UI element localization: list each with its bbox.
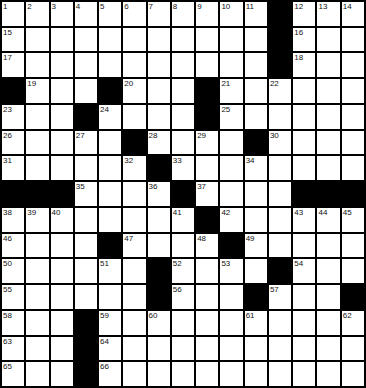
crossword-cell[interactable] xyxy=(220,311,242,335)
crossword-cell[interactable] xyxy=(342,259,364,283)
clue-number: 5 xyxy=(100,2,104,11)
crossword-cell[interactable] xyxy=(123,285,145,309)
crossword-cell[interactable]: 43 xyxy=(293,208,315,232)
clue-number: 45 xyxy=(343,208,352,217)
clue-number: 4 xyxy=(76,2,80,11)
crossword-cell[interactable] xyxy=(196,285,218,309)
crossword-cell[interactable]: 39 xyxy=(26,208,48,232)
crossword-cell[interactable] xyxy=(317,79,339,103)
clue-number: 27 xyxy=(76,131,85,140)
clue-number: 6 xyxy=(124,2,128,11)
crossword-cell[interactable]: 26 xyxy=(2,131,24,155)
black-cell xyxy=(75,362,97,386)
crossword-cell[interactable] xyxy=(196,337,218,361)
crossword-cell[interactable]: 5 xyxy=(99,2,121,26)
crossword-cell[interactable]: 46 xyxy=(2,234,24,258)
clue-number: 31 xyxy=(3,156,12,165)
crossword-cell[interactable] xyxy=(269,311,291,335)
crossword-cell[interactable] xyxy=(317,337,339,361)
crossword-cell[interactable]: 6 xyxy=(123,2,145,26)
crossword-cell[interactable] xyxy=(99,53,121,77)
crossword-cell[interactable] xyxy=(123,53,145,77)
crossword-cell[interactable] xyxy=(172,362,194,386)
crossword-cell[interactable]: 21 xyxy=(220,79,242,103)
crossword-cell[interactable] xyxy=(172,53,194,77)
crossword-cell[interactable] xyxy=(123,28,145,52)
crossword-cell[interactable] xyxy=(196,28,218,52)
black-cell xyxy=(269,28,291,52)
crossword-cell[interactable] xyxy=(51,28,73,52)
crossword-cell[interactable] xyxy=(293,362,315,386)
crossword-cell[interactable]: 11 xyxy=(245,2,267,26)
crossword-cell[interactable]: 42 xyxy=(220,208,242,232)
black-cell xyxy=(75,105,97,129)
crossword-cell[interactable]: 48 xyxy=(196,234,218,258)
crossword-cell[interactable] xyxy=(293,234,315,258)
crossword-cell[interactable]: 7 xyxy=(148,2,170,26)
crossword-cell[interactable] xyxy=(269,234,291,258)
crossword-cell[interactable]: 20 xyxy=(123,79,145,103)
clue-number: 57 xyxy=(270,285,279,294)
crossword-cell[interactable] xyxy=(293,337,315,361)
crossword-cell[interactable]: 58 xyxy=(2,311,24,335)
crossword-cell[interactable] xyxy=(75,259,97,283)
crossword-cell[interactable] xyxy=(26,53,48,77)
crossword-cell[interactable]: 3 xyxy=(51,2,73,26)
crossword-cell[interactable] xyxy=(342,131,364,155)
crossword-cell[interactable]: 66 xyxy=(99,362,121,386)
crossword-cell[interactable] xyxy=(196,53,218,77)
crossword-cell[interactable] xyxy=(269,337,291,361)
clue-number: 55 xyxy=(3,285,12,294)
crossword-cell[interactable] xyxy=(293,285,315,309)
crossword-cell[interactable]: 13 xyxy=(317,2,339,26)
clue-number: 14 xyxy=(343,2,352,11)
crossword-cell[interactable] xyxy=(245,53,267,77)
clue-number: 51 xyxy=(100,259,109,268)
crossword-cell[interactable]: 55 xyxy=(2,285,24,309)
black-cell xyxy=(342,182,364,206)
crossword-cell[interactable] xyxy=(342,156,364,180)
crossword-cell[interactable]: 54 xyxy=(293,259,315,283)
crossword-cell[interactable] xyxy=(123,337,145,361)
crossword-cell[interactable] xyxy=(148,28,170,52)
crossword-cell[interactable] xyxy=(172,28,194,52)
crossword-cell[interactable] xyxy=(317,105,339,129)
clue-number: 2 xyxy=(27,2,31,11)
black-cell xyxy=(26,182,48,206)
crossword-cell[interactable] xyxy=(317,156,339,180)
clue-number: 9 xyxy=(197,2,201,11)
clue-number: 58 xyxy=(3,311,12,320)
crossword-cell[interactable] xyxy=(293,156,315,180)
clue-number: 25 xyxy=(221,105,230,114)
crossword-cell[interactable]: 2 xyxy=(26,2,48,26)
crossword-cell[interactable] xyxy=(245,105,267,129)
clue-number: 36 xyxy=(149,182,158,191)
crossword-cell[interactable] xyxy=(317,131,339,155)
crossword-cell[interactable] xyxy=(220,182,242,206)
crossword-cell[interactable]: 36 xyxy=(148,182,170,206)
black-cell xyxy=(196,105,218,129)
crossword-cell[interactable] xyxy=(26,156,48,180)
crossword-cell[interactable] xyxy=(148,79,170,103)
crossword-cell[interactable]: 49 xyxy=(245,234,267,258)
crossword-cell[interactable] xyxy=(75,156,97,180)
crossword-cell[interactable] xyxy=(293,311,315,335)
crossword-cell[interactable] xyxy=(269,105,291,129)
clue-number: 18 xyxy=(294,53,303,62)
crossword-cell[interactable] xyxy=(172,105,194,129)
crossword-cell[interactable] xyxy=(342,105,364,129)
clue-number: 66 xyxy=(100,362,109,371)
clue-number: 17 xyxy=(3,53,12,62)
clue-number: 47 xyxy=(124,234,133,243)
crossword-cell[interactable]: 44 xyxy=(317,208,339,232)
clue-number: 26 xyxy=(3,131,12,140)
crossword-cell[interactable] xyxy=(75,79,97,103)
clue-number: 11 xyxy=(246,2,254,11)
clue-number: 7 xyxy=(149,2,153,11)
crossword-cell[interactable] xyxy=(317,28,339,52)
crossword-cell[interactable] xyxy=(75,28,97,52)
black-cell xyxy=(269,53,291,77)
crossword-cell[interactable] xyxy=(342,362,364,386)
black-cell xyxy=(75,311,97,335)
crossword-cell[interactable] xyxy=(75,234,97,258)
clue-number: 24 xyxy=(100,105,109,114)
crossword-cell[interactable] xyxy=(293,79,315,103)
clue-number: 8 xyxy=(173,2,177,11)
crossword-cell[interactable] xyxy=(148,105,170,129)
crossword-cell[interactable]: 53 xyxy=(220,259,242,283)
black-cell xyxy=(245,131,267,155)
crossword-cell[interactable] xyxy=(51,259,73,283)
clue-number: 60 xyxy=(149,311,158,320)
crossword-cell[interactable] xyxy=(148,362,170,386)
crossword-cell[interactable]: 45 xyxy=(342,208,364,232)
clue-number: 42 xyxy=(221,208,230,217)
crossword-cell[interactable] xyxy=(26,362,48,386)
crossword-cell[interactable] xyxy=(317,234,339,258)
clue-number: 62 xyxy=(343,311,352,320)
crossword-cell[interactable] xyxy=(148,53,170,77)
crossword-cell[interactable]: 28 xyxy=(148,131,170,155)
crossword-cell[interactable]: 51 xyxy=(99,259,121,283)
clue-number: 12 xyxy=(294,2,303,11)
black-cell xyxy=(196,79,218,103)
crossword-cell[interactable] xyxy=(51,337,73,361)
crossword-cell[interactable] xyxy=(51,131,73,155)
black-cell xyxy=(2,79,24,103)
clue-number: 39 xyxy=(27,208,36,217)
crossword-cell[interactable] xyxy=(196,156,218,180)
crossword-cell[interactable] xyxy=(196,259,218,283)
black-cell xyxy=(51,182,73,206)
crossword-cell[interactable] xyxy=(172,79,194,103)
clue-number: 63 xyxy=(3,337,12,346)
crossword-cell[interactable] xyxy=(196,311,218,335)
clue-number: 28 xyxy=(149,131,158,140)
crossword-cell[interactable] xyxy=(123,259,145,283)
black-cell xyxy=(148,156,170,180)
clue-number: 22 xyxy=(270,79,279,88)
crossword-cell[interactable] xyxy=(99,156,121,180)
crossword-cell[interactable]: 47 xyxy=(123,234,145,258)
crossword-cell[interactable] xyxy=(317,53,339,77)
crossword-cell[interactable] xyxy=(220,156,242,180)
crossword-cell[interactable] xyxy=(342,79,364,103)
clue-number: 61 xyxy=(246,311,255,320)
crossword-cell[interactable]: 38 xyxy=(2,208,24,232)
clue-number: 35 xyxy=(76,182,85,191)
crossword-cell[interactable]: 30 xyxy=(269,131,291,155)
crossword-cell[interactable]: 52 xyxy=(172,259,194,283)
black-cell xyxy=(293,182,315,206)
crossword-cell[interactable] xyxy=(51,285,73,309)
crossword-cell[interactable]: 37 xyxy=(196,182,218,206)
clue-number: 53 xyxy=(221,259,230,268)
crossword-cell[interactable] xyxy=(26,285,48,309)
clue-number: 37 xyxy=(197,182,206,191)
crossword-cell[interactable] xyxy=(99,182,121,206)
crossword-cell[interactable] xyxy=(123,362,145,386)
clue-number: 48 xyxy=(197,234,206,243)
crossword-cell[interactable] xyxy=(172,234,194,258)
clue-number: 16 xyxy=(294,28,303,37)
clue-number: 34 xyxy=(246,156,255,165)
crossword-cell[interactable] xyxy=(51,79,73,103)
clue-number: 32 xyxy=(124,156,133,165)
crossword-cell[interactable]: 29 xyxy=(196,131,218,155)
crossword-cell[interactable] xyxy=(342,337,364,361)
clue-number: 19 xyxy=(27,79,36,88)
black-cell xyxy=(148,285,170,309)
clue-number: 3 xyxy=(52,2,56,11)
clue-number: 21 xyxy=(221,79,230,88)
crossword-cell[interactable] xyxy=(123,105,145,129)
crossword-cell[interactable] xyxy=(245,208,267,232)
crossword-cell[interactable]: 56 xyxy=(172,285,194,309)
crossword-cell[interactable] xyxy=(220,28,242,52)
crossword-cell[interactable]: 22 xyxy=(269,79,291,103)
crossword-cell[interactable] xyxy=(293,105,315,129)
clue-number: 52 xyxy=(173,259,182,268)
crossword-cell[interactable] xyxy=(245,28,267,52)
crossword-cell[interactable] xyxy=(220,362,242,386)
clue-number: 50 xyxy=(3,259,12,268)
crossword-cell[interactable]: 18 xyxy=(293,53,315,77)
crossword-cell[interactable] xyxy=(148,337,170,361)
black-cell xyxy=(269,259,291,283)
clue-number: 30 xyxy=(270,131,279,140)
black-cell xyxy=(123,131,145,155)
clue-number: 38 xyxy=(3,208,12,217)
clue-number: 49 xyxy=(246,234,255,243)
black-cell xyxy=(196,208,218,232)
black-cell xyxy=(220,234,242,258)
crossword-cell[interactable] xyxy=(99,131,121,155)
black-cell xyxy=(75,337,97,361)
crossword-cell[interactable] xyxy=(148,234,170,258)
crossword-cell[interactable] xyxy=(317,311,339,335)
crossword-cell[interactable] xyxy=(99,285,121,309)
clue-number: 13 xyxy=(318,2,327,11)
crossword-cell[interactable]: 50 xyxy=(2,259,24,283)
crossword-cell[interactable] xyxy=(26,105,48,129)
crossword-cell[interactable] xyxy=(245,182,267,206)
crossword-cell[interactable] xyxy=(26,337,48,361)
crossword-cell[interactable] xyxy=(245,259,267,283)
crossword-cell[interactable] xyxy=(75,208,97,232)
crossword-cell[interactable] xyxy=(51,105,73,129)
crossword-cell[interactable]: 34 xyxy=(245,156,267,180)
crossword-cell[interactable] xyxy=(172,131,194,155)
crossword-cell[interactable] xyxy=(342,53,364,77)
crossword-cell[interactable]: 57 xyxy=(269,285,291,309)
crossword-cell[interactable] xyxy=(317,362,339,386)
clue-number: 64 xyxy=(100,337,109,346)
black-cell xyxy=(99,79,121,103)
crossword-cell[interactable]: 62 xyxy=(342,311,364,335)
black-cell xyxy=(148,259,170,283)
black-cell xyxy=(245,285,267,309)
crossword-cell[interactable] xyxy=(99,28,121,52)
crossword-cell[interactable]: 32 xyxy=(123,156,145,180)
clue-number: 41 xyxy=(173,208,182,217)
clue-number: 1 xyxy=(3,2,7,11)
crossword-cell[interactable]: 4 xyxy=(75,2,97,26)
crossword-cell[interactable]: 33 xyxy=(172,156,194,180)
clue-number: 40 xyxy=(52,208,61,217)
clue-number: 33 xyxy=(173,156,182,165)
crossword-cell[interactable]: 25 xyxy=(220,105,242,129)
crossword-cell[interactable] xyxy=(123,208,145,232)
crossword-cell[interactable] xyxy=(26,131,48,155)
crossword-cell[interactable] xyxy=(269,182,291,206)
crossword-cell[interactable] xyxy=(220,285,242,309)
crossword-cell[interactable]: 31 xyxy=(2,156,24,180)
crossword-cell[interactable] xyxy=(342,234,364,258)
crossword-cell[interactable] xyxy=(51,156,73,180)
clue-number: 29 xyxy=(197,131,206,140)
black-cell xyxy=(2,182,24,206)
crossword-cell[interactable] xyxy=(172,311,194,335)
clue-number: 59 xyxy=(100,311,109,320)
crossword-cell[interactable]: 63 xyxy=(2,337,24,361)
clue-number: 65 xyxy=(3,362,12,371)
crossword-grid: 1234567891011121314151617181920212223242… xyxy=(0,0,366,388)
crossword-cell[interactable]: 27 xyxy=(75,131,97,155)
crossword-cell[interactable] xyxy=(123,311,145,335)
crossword-cell[interactable] xyxy=(293,131,315,155)
crossword-cell[interactable]: 1 xyxy=(2,2,24,26)
crossword-cell[interactable]: 60 xyxy=(148,311,170,335)
crossword-cell[interactable]: 65 xyxy=(2,362,24,386)
crossword-cell[interactable]: 12 xyxy=(293,2,315,26)
crossword-cell[interactable] xyxy=(317,259,339,283)
crossword-cell[interactable]: 17 xyxy=(2,53,24,77)
crossword-cell[interactable] xyxy=(51,362,73,386)
crossword-cell[interactable] xyxy=(123,182,145,206)
crossword-cell[interactable] xyxy=(26,234,48,258)
black-cell xyxy=(342,285,364,309)
crossword-cell[interactable] xyxy=(26,28,48,52)
crossword-cell[interactable] xyxy=(317,285,339,309)
black-cell xyxy=(317,182,339,206)
crossword-cell[interactable] xyxy=(51,311,73,335)
crossword-cell[interactable]: 16 xyxy=(293,28,315,52)
crossword-cell[interactable] xyxy=(220,53,242,77)
crossword-cell[interactable]: 61 xyxy=(245,311,267,335)
clue-number: 56 xyxy=(173,285,182,294)
crossword-cell[interactable]: 64 xyxy=(99,337,121,361)
crossword-cell[interactable] xyxy=(148,208,170,232)
clue-number: 23 xyxy=(3,105,12,114)
crossword-cell[interactable]: 59 xyxy=(99,311,121,335)
crossword-cell[interactable] xyxy=(342,28,364,52)
black-cell xyxy=(99,234,121,258)
crossword-cell[interactable] xyxy=(51,53,73,77)
crossword-cell[interactable]: 23 xyxy=(2,105,24,129)
crossword-cell[interactable]: 40 xyxy=(51,208,73,232)
crossword-cell[interactable] xyxy=(220,337,242,361)
clue-number: 46 xyxy=(3,234,12,243)
crossword-cell[interactable] xyxy=(172,337,194,361)
crossword-cell[interactable]: 35 xyxy=(75,182,97,206)
crossword-cell[interactable]: 9 xyxy=(196,2,218,26)
crossword-cell[interactable]: 24 xyxy=(99,105,121,129)
black-cell xyxy=(172,182,194,206)
clue-number: 44 xyxy=(318,208,327,217)
crossword-cell[interactable]: 41 xyxy=(172,208,194,232)
black-cell xyxy=(269,2,291,26)
crossword-cell[interactable] xyxy=(269,362,291,386)
crossword-cell[interactable] xyxy=(269,156,291,180)
crossword-cell[interactable] xyxy=(220,131,242,155)
crossword-cell[interactable] xyxy=(196,362,218,386)
crossword-cell[interactable]: 19 xyxy=(26,79,48,103)
clue-number: 43 xyxy=(294,208,303,217)
crossword-cell[interactable] xyxy=(269,208,291,232)
crossword-cell[interactable] xyxy=(245,79,267,103)
crossword-cell[interactable] xyxy=(75,285,97,309)
clue-number: 54 xyxy=(294,259,303,268)
clue-number: 10 xyxy=(221,2,230,11)
crossword-cell[interactable] xyxy=(26,311,48,335)
crossword-cell[interactable]: 15 xyxy=(2,28,24,52)
crossword-cell[interactable]: 8 xyxy=(172,2,194,26)
crossword-cell[interactable] xyxy=(75,53,97,77)
crossword-cell[interactable] xyxy=(245,362,267,386)
crossword-cell[interactable] xyxy=(26,259,48,283)
crossword-cell[interactable] xyxy=(99,208,121,232)
crossword-cell[interactable]: 10 xyxy=(220,2,242,26)
crossword-cell[interactable] xyxy=(51,234,73,258)
clue-number: 15 xyxy=(3,28,12,37)
crossword-cell[interactable]: 14 xyxy=(342,2,364,26)
clue-number: 20 xyxy=(124,79,133,88)
crossword-cell[interactable] xyxy=(245,337,267,361)
